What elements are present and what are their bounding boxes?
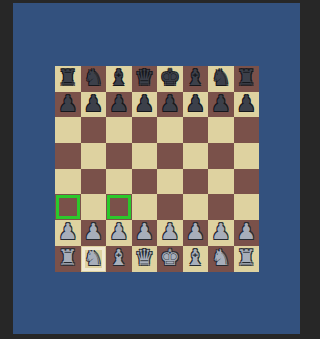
square-f1[interactable]: ♝ bbox=[183, 246, 209, 272]
square-c7[interactable]: ♟ bbox=[106, 92, 132, 118]
square-f4[interactable] bbox=[183, 169, 209, 195]
black-king[interactable]: ♚ bbox=[160, 67, 180, 89]
square-d8[interactable]: ♛ bbox=[132, 66, 158, 92]
white-knight[interactable]: ♞ bbox=[83, 247, 103, 269]
square-h7[interactable]: ♟ bbox=[234, 92, 260, 118]
square-h5[interactable] bbox=[234, 143, 260, 169]
black-pawn[interactable]: ♟ bbox=[134, 93, 154, 115]
square-h1[interactable]: ♜ bbox=[234, 246, 260, 272]
white-pawn[interactable]: ♟ bbox=[83, 221, 103, 243]
square-a8[interactable]: ♜ bbox=[55, 66, 81, 92]
square-h6[interactable] bbox=[234, 117, 260, 143]
square-a6[interactable] bbox=[55, 117, 81, 143]
black-pawn[interactable]: ♟ bbox=[160, 93, 180, 115]
white-pawn[interactable]: ♟ bbox=[134, 221, 154, 243]
black-pawn[interactable]: ♟ bbox=[58, 93, 78, 115]
square-g4[interactable] bbox=[208, 169, 234, 195]
square-h2[interactable]: ♟ bbox=[234, 220, 260, 246]
black-bishop[interactable]: ♝ bbox=[185, 67, 205, 89]
square-g7[interactable]: ♟ bbox=[208, 92, 234, 118]
square-g2[interactable]: ♟ bbox=[208, 220, 234, 246]
square-g3[interactable] bbox=[208, 194, 234, 220]
square-g5[interactable] bbox=[208, 143, 234, 169]
white-pawn[interactable]: ♟ bbox=[185, 221, 205, 243]
square-b3[interactable] bbox=[81, 194, 107, 220]
square-f7[interactable]: ♟ bbox=[183, 92, 209, 118]
square-c3[interactable] bbox=[106, 194, 132, 220]
legal-move-highlight bbox=[56, 195, 80, 219]
black-bishop[interactable]: ♝ bbox=[109, 67, 129, 89]
white-pawn[interactable]: ♟ bbox=[58, 221, 78, 243]
square-e3[interactable] bbox=[157, 194, 183, 220]
square-h4[interactable] bbox=[234, 169, 260, 195]
black-knight[interactable]: ♞ bbox=[211, 67, 231, 89]
square-a1[interactable]: ♜ bbox=[55, 246, 81, 272]
black-pawn[interactable]: ♟ bbox=[83, 93, 103, 115]
square-c2[interactable]: ♟ bbox=[106, 220, 132, 246]
black-pawn[interactable]: ♟ bbox=[185, 93, 205, 115]
square-b4[interactable] bbox=[81, 169, 107, 195]
square-b7[interactable]: ♟ bbox=[81, 92, 107, 118]
square-d4[interactable] bbox=[132, 169, 158, 195]
white-pawn[interactable]: ♟ bbox=[236, 221, 256, 243]
square-d2[interactable]: ♟ bbox=[132, 220, 158, 246]
square-b8[interactable]: ♞ bbox=[81, 66, 107, 92]
black-queen[interactable]: ♛ bbox=[134, 67, 154, 89]
black-rook[interactable]: ♜ bbox=[236, 67, 256, 89]
square-a3[interactable] bbox=[55, 194, 81, 220]
square-e5[interactable] bbox=[157, 143, 183, 169]
square-c6[interactable] bbox=[106, 117, 132, 143]
square-d5[interactable] bbox=[132, 143, 158, 169]
square-d3[interactable] bbox=[132, 194, 158, 220]
square-f5[interactable] bbox=[183, 143, 209, 169]
black-rook[interactable]: ♜ bbox=[58, 67, 78, 89]
square-c5[interactable] bbox=[106, 143, 132, 169]
square-f2[interactable]: ♟ bbox=[183, 220, 209, 246]
square-e2[interactable]: ♟ bbox=[157, 220, 183, 246]
white-bishop[interactable]: ♝ bbox=[109, 247, 129, 269]
white-pawn[interactable]: ♟ bbox=[109, 221, 129, 243]
white-rook[interactable]: ♜ bbox=[236, 247, 256, 269]
chess-board: ♜♞♝♛♚♝♞♜♟♟♟♟♟♟♟♟♟♟♟♟♟♟♟♟♜♞♝♛♚♝♞♜ bbox=[55, 66, 259, 272]
white-queen[interactable]: ♛ bbox=[134, 247, 154, 269]
square-a7[interactable]: ♟ bbox=[55, 92, 81, 118]
square-a2[interactable]: ♟ bbox=[55, 220, 81, 246]
square-g8[interactable]: ♞ bbox=[208, 66, 234, 92]
square-d1[interactable]: ♛ bbox=[132, 246, 158, 272]
square-b5[interactable] bbox=[81, 143, 107, 169]
square-b2[interactable]: ♟ bbox=[81, 220, 107, 246]
square-e8[interactable]: ♚ bbox=[157, 66, 183, 92]
square-c1[interactable]: ♝ bbox=[106, 246, 132, 272]
black-pawn[interactable]: ♟ bbox=[109, 93, 129, 115]
square-h8[interactable]: ♜ bbox=[234, 66, 260, 92]
white-king[interactable]: ♚ bbox=[160, 247, 180, 269]
square-d6[interactable] bbox=[132, 117, 158, 143]
black-knight[interactable]: ♞ bbox=[83, 67, 103, 89]
square-b6[interactable] bbox=[81, 117, 107, 143]
square-e7[interactable]: ♟ bbox=[157, 92, 183, 118]
square-f6[interactable] bbox=[183, 117, 209, 143]
square-g6[interactable] bbox=[208, 117, 234, 143]
legal-move-highlight bbox=[107, 195, 131, 219]
square-f3[interactable] bbox=[183, 194, 209, 220]
square-e1[interactable]: ♚ bbox=[157, 246, 183, 272]
black-pawn[interactable]: ♟ bbox=[211, 93, 231, 115]
square-d7[interactable]: ♟ bbox=[132, 92, 158, 118]
square-a4[interactable] bbox=[55, 169, 81, 195]
white-pawn[interactable]: ♟ bbox=[160, 221, 180, 243]
square-b1[interactable]: ♞ bbox=[81, 246, 107, 272]
square-f8[interactable]: ♝ bbox=[183, 66, 209, 92]
square-e4[interactable] bbox=[157, 169, 183, 195]
white-pawn[interactable]: ♟ bbox=[211, 221, 231, 243]
white-rook[interactable]: ♜ bbox=[58, 247, 78, 269]
square-a5[interactable] bbox=[55, 143, 81, 169]
black-pawn[interactable]: ♟ bbox=[236, 93, 256, 115]
square-e6[interactable] bbox=[157, 117, 183, 143]
square-c4[interactable] bbox=[106, 169, 132, 195]
square-c8[interactable]: ♝ bbox=[106, 66, 132, 92]
square-g1[interactable]: ♞ bbox=[208, 246, 234, 272]
square-h3[interactable] bbox=[234, 194, 260, 220]
white-knight[interactable]: ♞ bbox=[211, 247, 231, 269]
white-bishop[interactable]: ♝ bbox=[185, 247, 205, 269]
